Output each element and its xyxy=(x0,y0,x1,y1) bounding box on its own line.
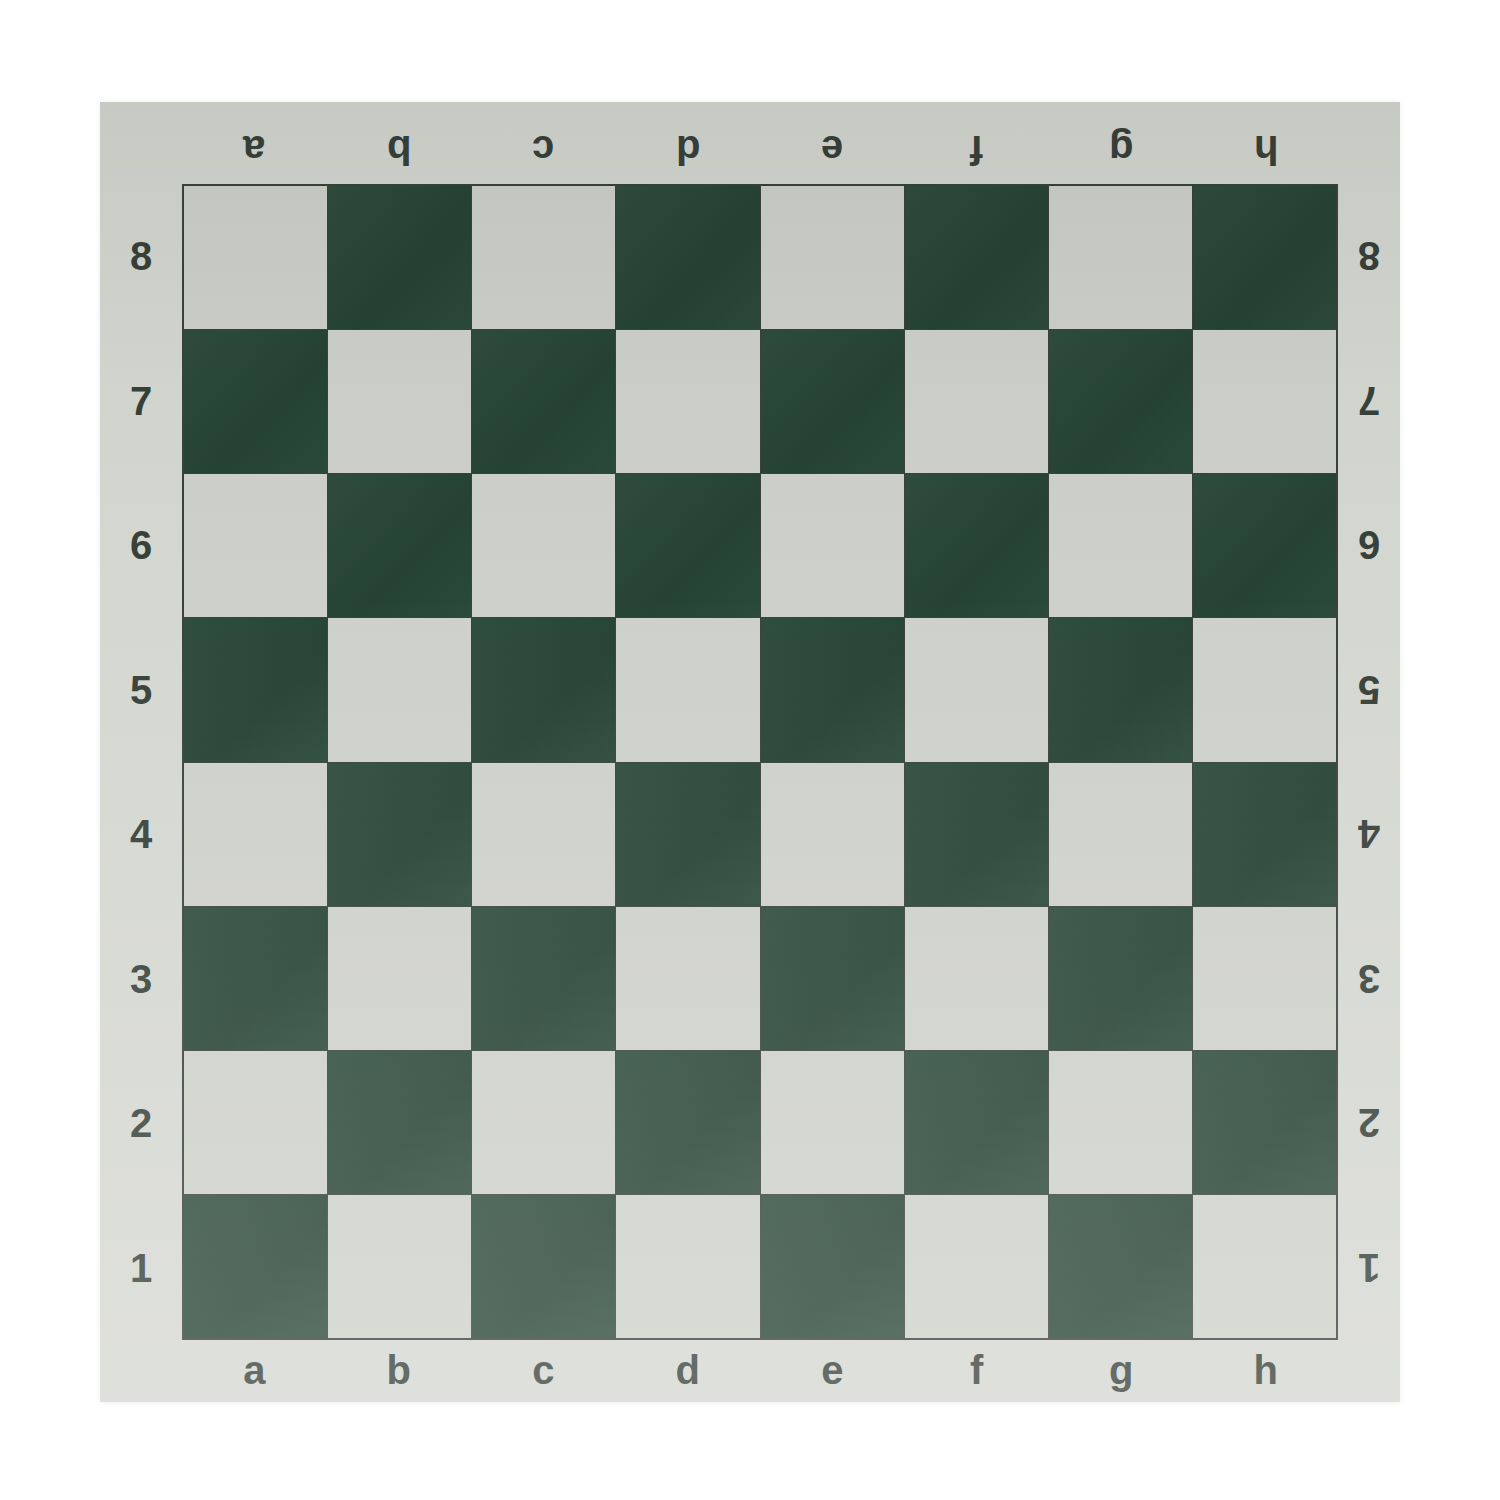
rank-left-label-text: 7 xyxy=(130,381,152,421)
square-e7[interactable] xyxy=(761,330,904,473)
file-bottom-label-a: a xyxy=(182,1340,327,1402)
rank-right-label-text: 8 xyxy=(1358,236,1380,276)
square-a3[interactable] xyxy=(184,907,327,1050)
square-a7[interactable] xyxy=(184,330,327,473)
file-bottom-label-text: a xyxy=(243,1350,265,1390)
square-b7[interactable] xyxy=(328,330,471,473)
file-bottom-label-text: d xyxy=(676,1350,700,1390)
square-e5[interactable] xyxy=(761,618,904,761)
square-c5[interactable] xyxy=(472,618,615,761)
square-e6[interactable] xyxy=(761,474,904,617)
rank-left-label-5: 5 xyxy=(100,618,182,763)
file-bottom-label-f: f xyxy=(905,1340,1050,1402)
file-bottom-label-text: h xyxy=(1254,1350,1278,1390)
square-c7[interactable] xyxy=(472,330,615,473)
file-top-label-a: a xyxy=(182,102,327,184)
square-h4[interactable] xyxy=(1193,763,1336,906)
rank-labels-right: 87654321 xyxy=(1338,184,1400,1340)
rank-right-label-text: 1 xyxy=(1358,1248,1380,1288)
square-c3[interactable] xyxy=(472,907,615,1050)
file-top-label-g: g xyxy=(1049,102,1194,184)
square-h8[interactable] xyxy=(1193,186,1336,329)
square-g8[interactable] xyxy=(1049,186,1192,329)
rank-left-label-8: 8 xyxy=(100,184,182,329)
file-bottom-label-text: c xyxy=(532,1350,554,1390)
square-c8[interactable] xyxy=(472,186,615,329)
square-h6[interactable] xyxy=(1193,474,1336,617)
square-b8[interactable] xyxy=(328,186,471,329)
square-a1[interactable] xyxy=(184,1195,327,1338)
file-labels-top: abcdefgh xyxy=(182,102,1338,184)
photo-background: abcdefgh 87654321 87654321 abcdefgh xyxy=(0,0,1500,1500)
square-e4[interactable] xyxy=(761,763,904,906)
square-h5[interactable] xyxy=(1193,618,1336,761)
file-top-label-h: h xyxy=(1194,102,1339,184)
rank-left-label-3: 3 xyxy=(100,907,182,1052)
file-top-label-text: f xyxy=(970,130,983,170)
chess-board xyxy=(182,184,1338,1340)
square-g6[interactable] xyxy=(1049,474,1192,617)
square-b4[interactable] xyxy=(328,763,471,906)
rank-left-label-7: 7 xyxy=(100,329,182,474)
file-bottom-label-g: g xyxy=(1049,1340,1194,1402)
square-f5[interactable] xyxy=(905,618,1048,761)
square-a8[interactable] xyxy=(184,186,327,329)
square-c2[interactable] xyxy=(472,1051,615,1194)
square-d7[interactable] xyxy=(616,330,759,473)
square-d8[interactable] xyxy=(616,186,759,329)
square-b6[interactable] xyxy=(328,474,471,617)
square-a2[interactable] xyxy=(184,1051,327,1194)
square-f1[interactable] xyxy=(905,1195,1048,1338)
file-top-label-c: c xyxy=(471,102,616,184)
square-e8[interactable] xyxy=(761,186,904,329)
rank-right-label-3: 3 xyxy=(1338,907,1400,1052)
square-g5[interactable] xyxy=(1049,618,1192,761)
rank-left-label-text: 8 xyxy=(130,236,152,276)
rank-left-label-6: 6 xyxy=(100,473,182,618)
rank-right-label-text: 3 xyxy=(1358,959,1380,999)
rank-left-label-1: 1 xyxy=(100,1196,182,1341)
file-bottom-label-text: g xyxy=(1109,1350,1133,1390)
rank-right-label-6: 6 xyxy=(1338,473,1400,618)
square-b3[interactable] xyxy=(328,907,471,1050)
file-bottom-label-d: d xyxy=(616,1340,761,1402)
square-f4[interactable] xyxy=(905,763,1048,906)
square-c4[interactable] xyxy=(472,763,615,906)
square-a5[interactable] xyxy=(184,618,327,761)
rank-left-label-4: 4 xyxy=(100,762,182,907)
square-a4[interactable] xyxy=(184,763,327,906)
rank-right-label-2: 2 xyxy=(1338,1051,1400,1196)
square-h7[interactable] xyxy=(1193,330,1336,473)
rank-left-label-text: 4 xyxy=(130,814,152,854)
square-d4[interactable] xyxy=(616,763,759,906)
square-d1[interactable] xyxy=(616,1195,759,1338)
rank-right-label-text: 2 xyxy=(1358,1103,1380,1143)
square-f7[interactable] xyxy=(905,330,1048,473)
square-e3[interactable] xyxy=(761,907,904,1050)
square-f3[interactable] xyxy=(905,907,1048,1050)
square-g4[interactable] xyxy=(1049,763,1192,906)
file-top-label-b: b xyxy=(327,102,472,184)
file-top-label-text: b xyxy=(387,130,411,170)
square-g2[interactable] xyxy=(1049,1051,1192,1194)
file-top-label-f: f xyxy=(905,102,1050,184)
rank-right-label-text: 7 xyxy=(1358,381,1380,421)
rank-left-label-text: 3 xyxy=(130,959,152,999)
rank-right-label-5: 5 xyxy=(1338,618,1400,763)
square-e2[interactable] xyxy=(761,1051,904,1194)
square-f2[interactable] xyxy=(905,1051,1048,1194)
square-b5[interactable] xyxy=(328,618,471,761)
file-top-label-text: a xyxy=(243,130,265,170)
square-h1[interactable] xyxy=(1193,1195,1336,1338)
file-bottom-label-text: b xyxy=(387,1350,411,1390)
square-b2[interactable] xyxy=(328,1051,471,1194)
file-bottom-label-c: c xyxy=(471,1340,616,1402)
file-top-label-d: d xyxy=(616,102,761,184)
square-g3[interactable] xyxy=(1049,907,1192,1050)
square-d5[interactable] xyxy=(616,618,759,761)
square-a6[interactable] xyxy=(184,474,327,617)
file-top-label-text: g xyxy=(1109,130,1133,170)
file-labels-bottom: abcdefgh xyxy=(182,1340,1338,1402)
file-top-label-e: e xyxy=(760,102,905,184)
file-bottom-label-text: e xyxy=(821,1350,843,1390)
square-b1[interactable] xyxy=(328,1195,471,1338)
square-h2[interactable] xyxy=(1193,1051,1336,1194)
file-bottom-label-b: b xyxy=(327,1340,472,1402)
square-d3[interactable] xyxy=(616,907,759,1050)
rank-left-label-text: 6 xyxy=(130,525,152,565)
rank-left-label-2: 2 xyxy=(100,1051,182,1196)
rank-left-label-text: 2 xyxy=(130,1103,152,1143)
rank-labels-left: 87654321 xyxy=(100,184,182,1340)
rank-left-label-text: 5 xyxy=(130,670,152,710)
file-bottom-label-h: h xyxy=(1194,1340,1339,1402)
square-f8[interactable] xyxy=(905,186,1048,329)
rank-right-label-text: 6 xyxy=(1358,525,1380,565)
square-g7[interactable] xyxy=(1049,330,1192,473)
square-e1[interactable] xyxy=(761,1195,904,1338)
square-h3[interactable] xyxy=(1193,907,1336,1050)
rank-left-label-text: 1 xyxy=(130,1248,152,1288)
square-d2[interactable] xyxy=(616,1051,759,1194)
rank-right-label-8: 8 xyxy=(1338,184,1400,329)
rank-right-label-4: 4 xyxy=(1338,762,1400,907)
rank-right-label-text: 4 xyxy=(1358,814,1380,854)
square-g1[interactable] xyxy=(1049,1195,1192,1338)
file-bottom-label-text: f xyxy=(970,1350,983,1390)
file-top-label-text: c xyxy=(532,130,554,170)
square-c1[interactable] xyxy=(472,1195,615,1338)
rank-right-label-7: 7 xyxy=(1338,329,1400,474)
chess-mat: abcdefgh 87654321 87654321 abcdefgh xyxy=(100,102,1400,1402)
square-d6[interactable] xyxy=(616,474,759,617)
square-c6[interactable] xyxy=(472,474,615,617)
rank-right-label-1: 1 xyxy=(1338,1196,1400,1341)
file-bottom-label-e: e xyxy=(760,1340,905,1402)
file-top-label-text: e xyxy=(821,130,843,170)
file-top-label-text: d xyxy=(676,130,700,170)
rank-right-label-text: 5 xyxy=(1358,670,1380,710)
file-top-label-text: h xyxy=(1254,130,1278,170)
square-f6[interactable] xyxy=(905,474,1048,617)
